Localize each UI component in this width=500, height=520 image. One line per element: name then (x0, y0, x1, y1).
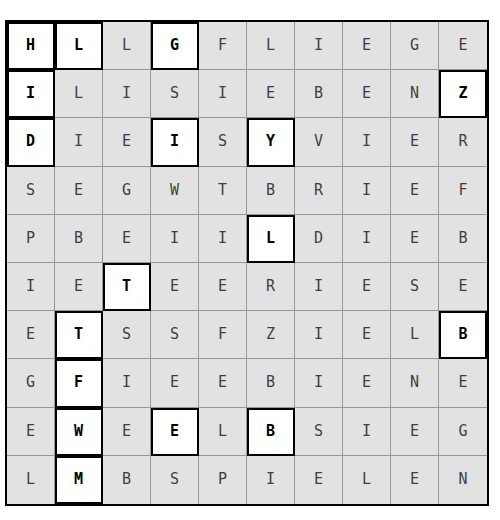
grid-cell-r6c1[interactable]: I (7, 263, 55, 311)
grid-cell-r7c10[interactable]: B (439, 311, 487, 359)
grid-cell-r7c1[interactable]: E (7, 311, 55, 359)
grid-cell-r1c9[interactable]: G (391, 22, 439, 70)
grid-cell-r9c3[interactable]: E (103, 408, 151, 456)
grid-cell-r3c9[interactable]: E (391, 118, 439, 166)
grid-cell-r10c5[interactable]: P (199, 456, 247, 504)
grid-cell-r9c2[interactable]: W (55, 408, 103, 456)
grid-cell-r3c3[interactable]: E (103, 118, 151, 166)
grid-cell-r6c10[interactable]: E (439, 263, 487, 311)
grid-cell-r1c2[interactable]: L (55, 22, 103, 70)
grid-cell-r7c5[interactable]: F (199, 311, 247, 359)
grid-cell-r1c1[interactable]: H (7, 22, 55, 70)
grid-cell-r7c8[interactable]: E (343, 311, 391, 359)
grid-cell-r3c1[interactable]: D (7, 118, 55, 166)
grid-cell-r6c8[interactable]: E (343, 263, 391, 311)
grid-cell-r8c9[interactable]: N (391, 359, 439, 407)
grid-cell-r10c2[interactable]: M (55, 456, 103, 504)
grid-cell-r4c6[interactable]: B (247, 167, 295, 215)
word-search-board: HLLGFLIEGEILISIEBENZDIEISYVIERSEGWTBRIEF… (5, 20, 489, 506)
grid-cell-r8c8[interactable]: E (343, 359, 391, 407)
grid-cell-r4c4[interactable]: W (151, 167, 199, 215)
grid-cell-r1c5[interactable]: F (199, 22, 247, 70)
grid-cell-r7c2[interactable]: T (55, 311, 103, 359)
grid-cell-r6c9[interactable]: S (391, 263, 439, 311)
grid-cell-r8c7[interactable]: I (295, 359, 343, 407)
grid-cell-r10c8[interactable]: L (343, 456, 391, 504)
grid-cell-r3c2[interactable]: I (55, 118, 103, 166)
grid-cell-r4c9[interactable]: E (391, 167, 439, 215)
grid-cell-r4c3[interactable]: G (103, 167, 151, 215)
grid-cell-r8c4[interactable]: E (151, 359, 199, 407)
grid-cell-r2c9[interactable]: N (391, 70, 439, 118)
grid-cell-r5c8[interactable]: I (343, 215, 391, 263)
grid-cell-r5c7[interactable]: D (295, 215, 343, 263)
grid-cell-r5c3[interactable]: E (103, 215, 151, 263)
grid-cell-r9c1[interactable]: E (7, 408, 55, 456)
grid-cell-r2c8[interactable]: E (343, 70, 391, 118)
grid-cell-r8c10[interactable]: E (439, 359, 487, 407)
grid-cell-r9c4[interactable]: E (151, 408, 199, 456)
grid-cell-r2c10[interactable]: Z (439, 70, 487, 118)
grid-cell-r3c10[interactable]: R (439, 118, 487, 166)
grid-cell-r6c6[interactable]: R (247, 263, 295, 311)
grid-cell-r3c5[interactable]: S (199, 118, 247, 166)
grid-cell-r7c4[interactable]: S (151, 311, 199, 359)
grid-cell-r3c7[interactable]: V (295, 118, 343, 166)
grid-cell-r2c6[interactable]: E (247, 70, 295, 118)
grid-cell-r6c4[interactable]: E (151, 263, 199, 311)
grid-cell-r1c4[interactable]: G (151, 22, 199, 70)
grid-cell-r4c7[interactable]: R (295, 167, 343, 215)
grid-cell-r5c2[interactable]: B (55, 215, 103, 263)
grid-cell-r7c3[interactable]: S (103, 311, 151, 359)
grid-cell-r9c6[interactable]: B (247, 408, 295, 456)
grid-cell-r10c6[interactable]: I (247, 456, 295, 504)
grid-cell-r7c6[interactable]: Z (247, 311, 295, 359)
grid-cell-r8c1[interactable]: G (7, 359, 55, 407)
grid-cell-r3c6[interactable]: Y (247, 118, 295, 166)
grid-cell-r1c10[interactable]: E (439, 22, 487, 70)
grid-cell-r2c3[interactable]: I (103, 70, 151, 118)
grid-cell-r10c10[interactable]: N (439, 456, 487, 504)
grid-cell-r6c3[interactable]: T (103, 263, 151, 311)
grid-cell-r6c7[interactable]: I (295, 263, 343, 311)
grid-cell-r10c3[interactable]: B (103, 456, 151, 504)
grid-cell-r5c4[interactable]: I (151, 215, 199, 263)
grid-cell-r4c10[interactable]: F (439, 167, 487, 215)
grid-cell-r5c10[interactable]: B (439, 215, 487, 263)
grid-cell-r4c5[interactable]: T (199, 167, 247, 215)
grid-cell-r8c3[interactable]: I (103, 359, 151, 407)
grid-cell-r7c7[interactable]: I (295, 311, 343, 359)
grid-cell-r1c8[interactable]: E (343, 22, 391, 70)
grid-cell-r3c8[interactable]: I (343, 118, 391, 166)
grid-cell-r2c5[interactable]: I (199, 70, 247, 118)
grid-cell-r8c2[interactable]: F (55, 359, 103, 407)
grid-cell-r1c3[interactable]: L (103, 22, 151, 70)
grid-cell-r2c7[interactable]: B (295, 70, 343, 118)
grid-cell-r4c1[interactable]: S (7, 167, 55, 215)
grid-cell-r5c6[interactable]: L (247, 215, 295, 263)
grid-cell-r8c6[interactable]: B (247, 359, 295, 407)
grid-cell-r10c4[interactable]: S (151, 456, 199, 504)
grid-cell-r10c7[interactable]: E (295, 456, 343, 504)
grid-cell-r9c7[interactable]: S (295, 408, 343, 456)
grid-cell-r8c5[interactable]: E (199, 359, 247, 407)
grid-cell-r7c9[interactable]: L (391, 311, 439, 359)
grid-cell-r5c1[interactable]: P (7, 215, 55, 263)
grid-cell-r9c5[interactable]: L (199, 408, 247, 456)
grid-cell-r4c8[interactable]: I (343, 167, 391, 215)
grid-cell-r4c2[interactable]: E (55, 167, 103, 215)
grid-cell-r2c2[interactable]: L (55, 70, 103, 118)
grid-cell-r3c4[interactable]: I (151, 118, 199, 166)
grid-cell-r9c10[interactable]: G (439, 408, 487, 456)
grid-cell-r1c6[interactable]: L (247, 22, 295, 70)
grid-cell-r6c2[interactable]: E (55, 263, 103, 311)
grid-cell-r5c5[interactable]: I (199, 215, 247, 263)
grid-cell-r2c1[interactable]: I (7, 70, 55, 118)
grid-cell-r10c9[interactable]: E (391, 456, 439, 504)
grid-cell-r9c8[interactable]: I (343, 408, 391, 456)
grid-cell-r10c1[interactable]: L (7, 456, 55, 504)
grid-cell-r1c7[interactable]: I (295, 22, 343, 70)
grid-cell-r5c9[interactable]: E (391, 215, 439, 263)
grid-cell-r2c4[interactable]: S (151, 70, 199, 118)
grid-cell-r9c9[interactable]: E (391, 408, 439, 456)
grid-cell-r6c5[interactable]: E (199, 263, 247, 311)
